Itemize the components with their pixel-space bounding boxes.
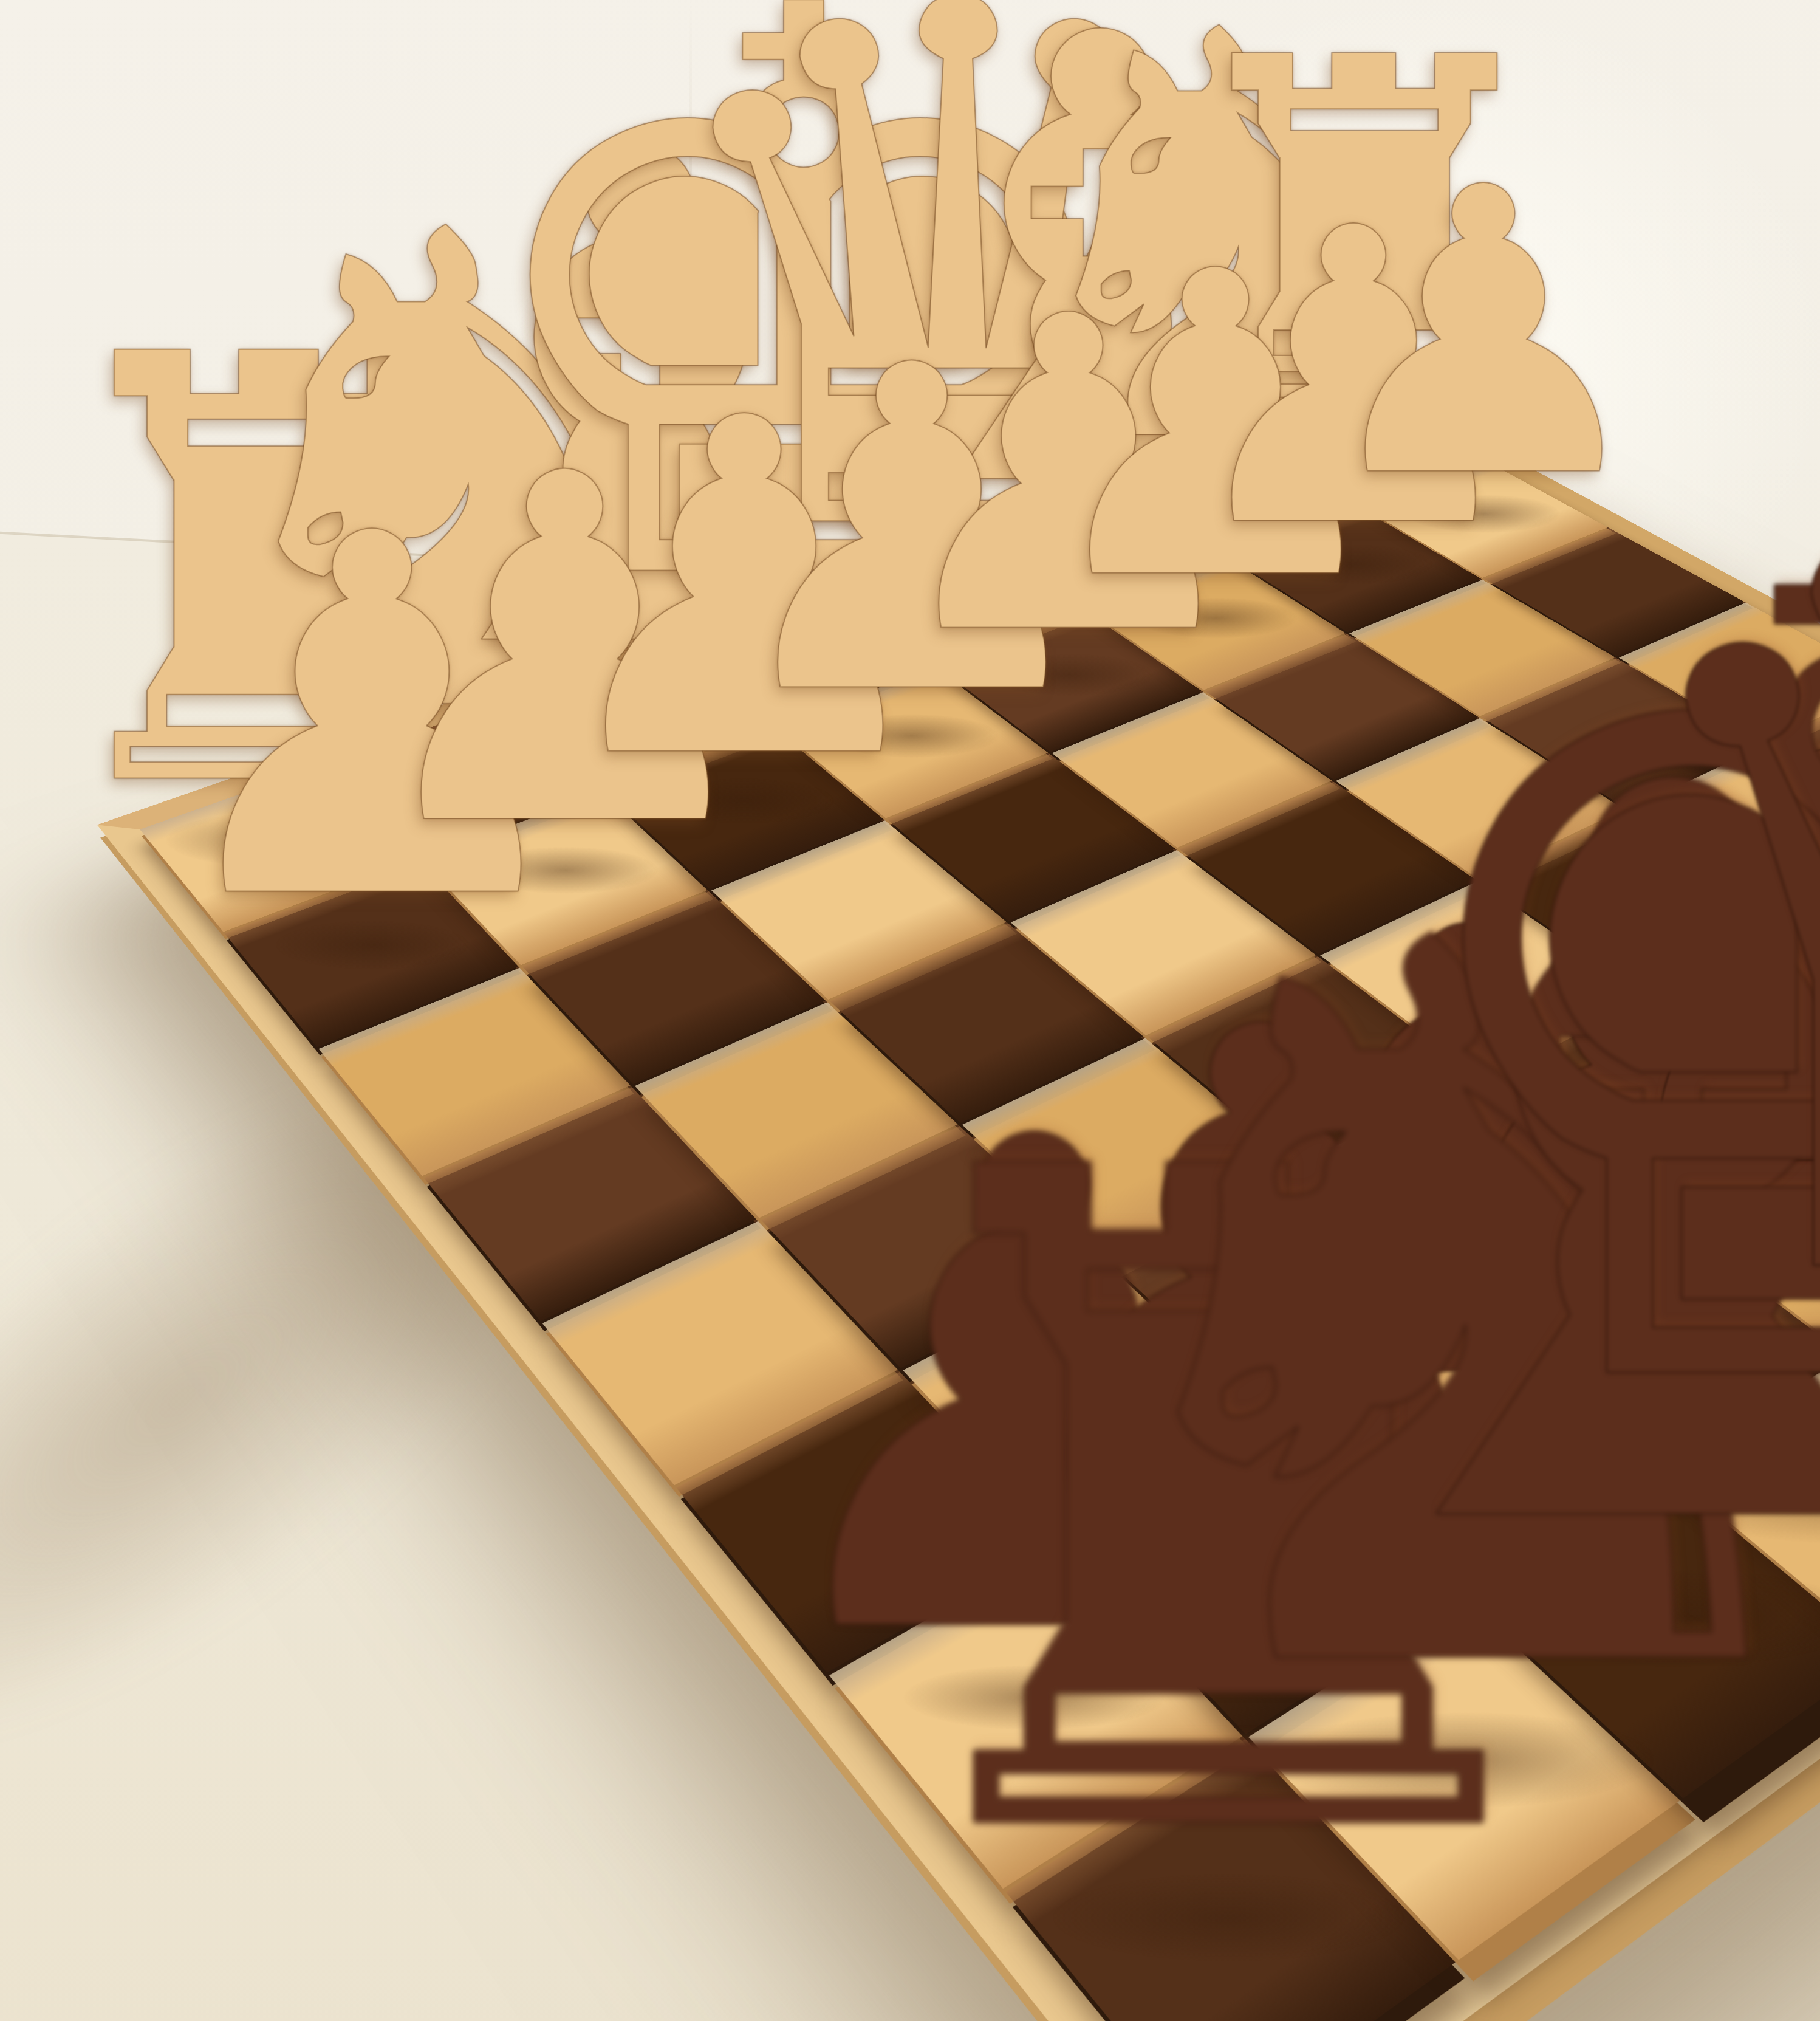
piece-black-queen-d8: ♛ bbox=[1571, 383, 1820, 1426]
pieces-layer: ♜♞♝♚♛♝♞♜♟♟♟♟♟♟♟♟♟♟♟♟♟♟♟♜♞♝♚♛ bbox=[0, 0, 1820, 2021]
